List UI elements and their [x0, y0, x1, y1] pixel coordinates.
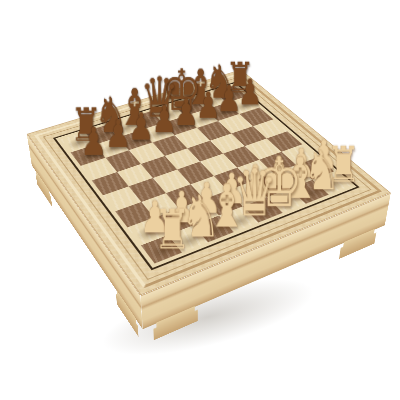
board-foot-right: [339, 228, 377, 259]
board-foot-back-left: [35, 169, 52, 207]
chess-set-photo: ♜♞♝♛♚♝♞♜♟♟♟♟♟♟♟♟♟♟♟♟♟♟♟♟♜♞♝♛♚♝♞♜: [0, 0, 400, 400]
